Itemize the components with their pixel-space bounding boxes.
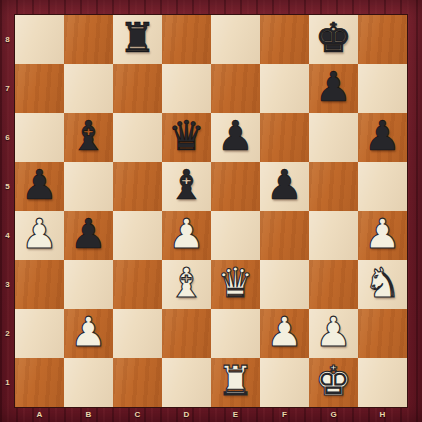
square-h5[interactable] xyxy=(358,162,407,211)
square-c2[interactable] xyxy=(113,309,162,358)
square-e8[interactable] xyxy=(211,15,260,64)
file-label-b: B xyxy=(64,407,113,422)
rank-label-6: 6 xyxy=(0,113,15,162)
square-f2[interactable]: ♟ xyxy=(260,309,309,358)
square-c8[interactable]: ♜ xyxy=(113,15,162,64)
piece-black-pawn[interactable]: ♟ xyxy=(21,161,58,210)
file-label-g: G xyxy=(309,407,358,422)
piece-white-rook[interactable]: ♜ xyxy=(217,357,254,406)
square-h7[interactable] xyxy=(358,64,407,113)
piece-black-queen[interactable]: ♛ xyxy=(168,112,205,161)
piece-white-pawn[interactable]: ♟ xyxy=(315,308,352,357)
square-e2[interactable] xyxy=(211,309,260,358)
square-f4[interactable] xyxy=(260,211,309,260)
square-h3[interactable]: ♞ xyxy=(358,260,407,309)
rank-label-2: 2 xyxy=(0,309,15,358)
piece-black-pawn[interactable]: ♟ xyxy=(315,63,352,112)
square-h1[interactable] xyxy=(358,358,407,407)
square-d5[interactable]: ♝ xyxy=(162,162,211,211)
piece-black-pawn[interactable]: ♟ xyxy=(217,112,254,161)
chess-board: ♜♚♟♝♛♟♟♟♝♟♟♟♟♟♝♛♞♟♟♟♜♚ xyxy=(15,15,407,407)
square-g6[interactable] xyxy=(309,113,358,162)
square-b3[interactable] xyxy=(64,260,113,309)
square-e4[interactable] xyxy=(211,211,260,260)
square-e3[interactable]: ♛ xyxy=(211,260,260,309)
file-label-c: C xyxy=(113,407,162,422)
piece-black-rook[interactable]: ♜ xyxy=(119,14,156,63)
square-c4[interactable] xyxy=(113,211,162,260)
file-labels: ABCDEFGH xyxy=(15,407,407,422)
square-a1[interactable] xyxy=(15,358,64,407)
square-b8[interactable] xyxy=(64,15,113,64)
square-c5[interactable] xyxy=(113,162,162,211)
square-e6[interactable]: ♟ xyxy=(211,113,260,162)
piece-white-pawn[interactable]: ♟ xyxy=(364,210,401,259)
square-d4[interactable]: ♟ xyxy=(162,211,211,260)
square-b6[interactable]: ♝ xyxy=(64,113,113,162)
square-g2[interactable]: ♟ xyxy=(309,309,358,358)
square-d1[interactable] xyxy=(162,358,211,407)
square-e5[interactable] xyxy=(211,162,260,211)
piece-white-queen[interactable]: ♛ xyxy=(217,259,254,308)
piece-black-pawn[interactable]: ♟ xyxy=(364,112,401,161)
piece-black-pawn[interactable]: ♟ xyxy=(70,210,107,259)
square-d7[interactable] xyxy=(162,64,211,113)
rank-label-8: 8 xyxy=(0,15,15,64)
square-e1[interactable]: ♜ xyxy=(211,358,260,407)
square-g5[interactable] xyxy=(309,162,358,211)
rank-label-5: 5 xyxy=(0,162,15,211)
square-f8[interactable] xyxy=(260,15,309,64)
square-c1[interactable] xyxy=(113,358,162,407)
square-d6[interactable]: ♛ xyxy=(162,113,211,162)
square-b5[interactable] xyxy=(64,162,113,211)
file-label-e: E xyxy=(211,407,260,422)
piece-white-pawn[interactable]: ♟ xyxy=(266,308,303,357)
square-a8[interactable] xyxy=(15,15,64,64)
rank-labels: 87654321 xyxy=(0,15,15,407)
square-a7[interactable] xyxy=(15,64,64,113)
square-b2[interactable]: ♟ xyxy=(64,309,113,358)
square-a4[interactable]: ♟ xyxy=(15,211,64,260)
piece-black-bishop[interactable]: ♝ xyxy=(70,112,107,161)
square-d3[interactable]: ♝ xyxy=(162,260,211,309)
square-c6[interactable] xyxy=(113,113,162,162)
square-g7[interactable]: ♟ xyxy=(309,64,358,113)
rank-label-3: 3 xyxy=(0,260,15,309)
square-h2[interactable] xyxy=(358,309,407,358)
square-f7[interactable] xyxy=(260,64,309,113)
file-label-f: F xyxy=(260,407,309,422)
square-c3[interactable] xyxy=(113,260,162,309)
square-c7[interactable] xyxy=(113,64,162,113)
square-h6[interactable]: ♟ xyxy=(358,113,407,162)
file-label-a: A xyxy=(15,407,64,422)
square-b7[interactable] xyxy=(64,64,113,113)
square-a2[interactable] xyxy=(15,309,64,358)
square-g1[interactable]: ♚ xyxy=(309,358,358,407)
square-a6[interactable] xyxy=(15,113,64,162)
piece-white-pawn[interactable]: ♟ xyxy=(70,308,107,357)
piece-white-knight[interactable]: ♞ xyxy=(364,259,401,308)
square-e7[interactable] xyxy=(211,64,260,113)
piece-black-bishop[interactable]: ♝ xyxy=(168,161,205,210)
square-f6[interactable] xyxy=(260,113,309,162)
piece-white-pawn[interactable]: ♟ xyxy=(168,210,205,259)
square-h8[interactable] xyxy=(358,15,407,64)
square-b4[interactable]: ♟ xyxy=(64,211,113,260)
square-h4[interactable]: ♟ xyxy=(358,211,407,260)
piece-white-king[interactable]: ♚ xyxy=(315,357,352,406)
piece-white-pawn[interactable]: ♟ xyxy=(21,210,58,259)
piece-white-bishop[interactable]: ♝ xyxy=(168,259,205,308)
square-f1[interactable] xyxy=(260,358,309,407)
rank-label-1: 1 xyxy=(0,358,15,407)
rank-label-7: 7 xyxy=(0,64,15,113)
rank-label-4: 4 xyxy=(0,211,15,260)
file-label-h: H xyxy=(358,407,407,422)
square-g4[interactable] xyxy=(309,211,358,260)
piece-black-pawn[interactable]: ♟ xyxy=(266,161,303,210)
square-a3[interactable] xyxy=(15,260,64,309)
square-d2[interactable] xyxy=(162,309,211,358)
square-d8[interactable] xyxy=(162,15,211,64)
square-g3[interactable] xyxy=(309,260,358,309)
piece-black-king[interactable]: ♚ xyxy=(315,14,352,63)
square-g8[interactable]: ♚ xyxy=(309,15,358,64)
chess-app: 87654321 ABCDEFGH ♜♚♟♝♛♟♟♟♝♟♟♟♟♟♝♛♞♟♟♟♜♚ xyxy=(0,0,422,422)
square-f5[interactable]: ♟ xyxy=(260,162,309,211)
square-f3[interactable] xyxy=(260,260,309,309)
file-label-d: D xyxy=(162,407,211,422)
square-a5[interactable]: ♟ xyxy=(15,162,64,211)
square-b1[interactable] xyxy=(64,358,113,407)
